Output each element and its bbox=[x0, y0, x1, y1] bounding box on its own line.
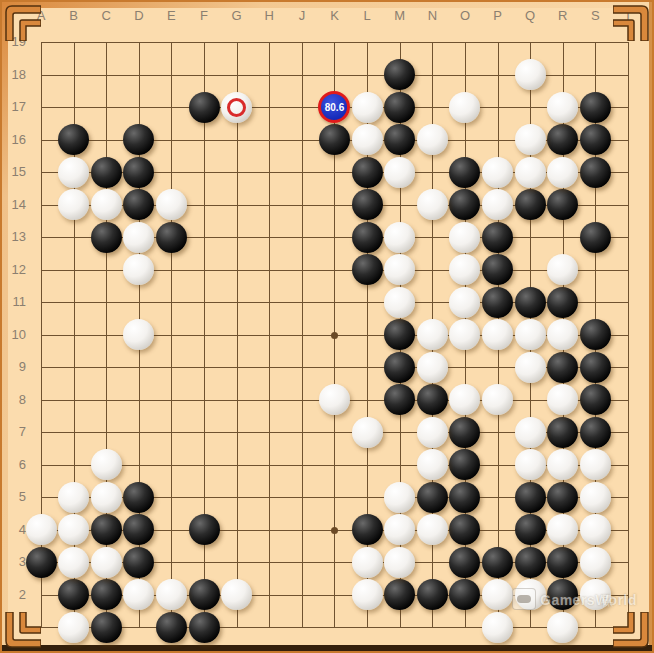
stone-black bbox=[417, 482, 448, 513]
last-move-marker bbox=[227, 98, 246, 117]
stone-white bbox=[58, 157, 89, 188]
stone-white bbox=[123, 319, 154, 350]
star-point bbox=[331, 332, 338, 339]
stone-black bbox=[91, 222, 122, 253]
column-label: M bbox=[390, 8, 410, 24]
stone-black bbox=[515, 547, 546, 578]
stone-black bbox=[352, 254, 383, 285]
stone-white bbox=[123, 579, 154, 610]
stone-black bbox=[482, 547, 513, 578]
stone-white bbox=[580, 482, 611, 513]
column-label: E bbox=[161, 8, 181, 24]
stone-black bbox=[547, 287, 578, 318]
row-label: 17 bbox=[2, 99, 26, 115]
stone-white bbox=[156, 189, 187, 220]
stone-white bbox=[580, 514, 611, 545]
stone-black bbox=[384, 384, 415, 415]
stone-white bbox=[580, 547, 611, 578]
stone-black bbox=[156, 612, 187, 643]
stone-white bbox=[384, 254, 415, 285]
stone-black bbox=[580, 384, 611, 415]
corner-ornament-top-left bbox=[1, 1, 41, 41]
stone-white bbox=[547, 92, 578, 123]
stone-black bbox=[123, 157, 154, 188]
column-label: O bbox=[455, 8, 475, 24]
stone-white bbox=[58, 189, 89, 220]
stone-white bbox=[547, 319, 578, 350]
stone-black bbox=[91, 579, 122, 610]
stone-white bbox=[417, 189, 448, 220]
column-label: L bbox=[357, 8, 377, 24]
stone-black bbox=[449, 547, 480, 578]
go-board[interactable]: ABCDEFGHJKLMNOPQRST191817161514131211109… bbox=[0, 0, 654, 653]
stone-black bbox=[482, 287, 513, 318]
corner-ornament-top-right bbox=[613, 1, 653, 41]
stone-black bbox=[449, 514, 480, 545]
corner-ornament-bottom-right bbox=[613, 612, 653, 652]
stone-black bbox=[123, 547, 154, 578]
stone-black bbox=[156, 222, 187, 253]
stone-white bbox=[352, 92, 383, 123]
column-label: R bbox=[553, 8, 573, 24]
row-label: 3 bbox=[2, 554, 26, 570]
stone-white bbox=[449, 254, 480, 285]
stone-black bbox=[123, 124, 154, 155]
watermark-cjk-text: 棋界 bbox=[598, 583, 616, 587]
column-label: B bbox=[64, 8, 84, 24]
stone-white bbox=[417, 124, 448, 155]
stone-white bbox=[91, 189, 122, 220]
stone-white bbox=[482, 157, 513, 188]
row-label: 8 bbox=[2, 392, 26, 408]
watermark-text: GamersWorld bbox=[540, 590, 637, 610]
stone-black bbox=[547, 417, 578, 448]
stone-white bbox=[580, 449, 611, 480]
stone-white bbox=[319, 384, 350, 415]
row-label: 14 bbox=[2, 197, 26, 213]
stone-black bbox=[547, 189, 578, 220]
stone-black bbox=[515, 514, 546, 545]
row-label: 18 bbox=[2, 67, 26, 83]
stone-white bbox=[449, 384, 480, 415]
stone-white bbox=[352, 124, 383, 155]
stone-white bbox=[58, 547, 89, 578]
stone-black bbox=[384, 319, 415, 350]
stone-white bbox=[91, 547, 122, 578]
grid-line bbox=[41, 627, 629, 628]
stone-black bbox=[580, 352, 611, 383]
stone-black bbox=[58, 124, 89, 155]
stone-white bbox=[91, 449, 122, 480]
stone-black bbox=[449, 157, 480, 188]
stone-black bbox=[449, 417, 480, 448]
row-label: 2 bbox=[2, 587, 26, 603]
stone-white bbox=[449, 319, 480, 350]
stone-black bbox=[123, 189, 154, 220]
column-label: P bbox=[488, 8, 508, 24]
stone-white bbox=[515, 59, 546, 90]
column-label: S bbox=[585, 8, 605, 24]
column-label: D bbox=[129, 8, 149, 24]
stone-black bbox=[547, 547, 578, 578]
stone-black bbox=[515, 189, 546, 220]
stone-white bbox=[26, 514, 57, 545]
stone-white bbox=[515, 449, 546, 480]
stone-white bbox=[384, 287, 415, 318]
stone-black bbox=[449, 482, 480, 513]
stone-black bbox=[352, 514, 383, 545]
stone-white bbox=[384, 482, 415, 513]
stone-white bbox=[123, 222, 154, 253]
stone-black bbox=[26, 547, 57, 578]
watermark: GamersWorld bbox=[512, 588, 637, 610]
stone-white bbox=[221, 579, 252, 610]
stone-white bbox=[58, 482, 89, 513]
stone-black bbox=[189, 92, 220, 123]
stone-black bbox=[319, 124, 350, 155]
stone-white bbox=[482, 384, 513, 415]
column-label: G bbox=[227, 8, 247, 24]
go-game-screenshot: { "game": "Go", "board": { "size": 19, "… bbox=[0, 0, 654, 653]
column-label: J bbox=[292, 8, 312, 24]
stone-white bbox=[482, 319, 513, 350]
stone-black bbox=[91, 514, 122, 545]
stone-white bbox=[515, 417, 546, 448]
stone-white bbox=[384, 157, 415, 188]
stone-black bbox=[91, 612, 122, 643]
stone-black bbox=[384, 579, 415, 610]
stone-white bbox=[384, 514, 415, 545]
stone-white bbox=[547, 514, 578, 545]
stone-white bbox=[417, 449, 448, 480]
stone-white bbox=[417, 319, 448, 350]
stone-black bbox=[384, 59, 415, 90]
stone-white bbox=[547, 612, 578, 643]
stone-black bbox=[547, 124, 578, 155]
stone-black bbox=[449, 579, 480, 610]
stone-black bbox=[547, 482, 578, 513]
stone-white bbox=[417, 352, 448, 383]
stone-white bbox=[482, 189, 513, 220]
row-label: 5 bbox=[2, 489, 26, 505]
grid-line bbox=[628, 42, 629, 628]
stone-white bbox=[156, 579, 187, 610]
stone-black bbox=[515, 482, 546, 513]
stone-black bbox=[580, 417, 611, 448]
corner-ornament-bottom-left bbox=[1, 612, 41, 652]
row-label: 16 bbox=[2, 132, 26, 148]
stone-black bbox=[515, 287, 546, 318]
stone-black bbox=[449, 189, 480, 220]
stone-white bbox=[384, 547, 415, 578]
stone-black bbox=[580, 124, 611, 155]
stone-white bbox=[352, 547, 383, 578]
stone-white bbox=[515, 124, 546, 155]
stone-white bbox=[515, 319, 546, 350]
stone-black bbox=[352, 222, 383, 253]
stone-black bbox=[417, 579, 448, 610]
row-label: 12 bbox=[2, 262, 26, 278]
stone-white bbox=[515, 352, 546, 383]
stone-white bbox=[449, 222, 480, 253]
stone-black bbox=[352, 157, 383, 188]
stone-black bbox=[189, 612, 220, 643]
stone-black bbox=[384, 92, 415, 123]
stone-black bbox=[384, 124, 415, 155]
row-label: 7 bbox=[2, 424, 26, 440]
stone-black bbox=[580, 222, 611, 253]
row-label: 13 bbox=[2, 229, 26, 245]
stone-black bbox=[580, 157, 611, 188]
column-label: K bbox=[324, 8, 344, 24]
row-label: 15 bbox=[2, 164, 26, 180]
stone-black bbox=[91, 157, 122, 188]
stone-black bbox=[580, 319, 611, 350]
stone-black bbox=[417, 384, 448, 415]
stone-white bbox=[449, 92, 480, 123]
stone-white bbox=[547, 384, 578, 415]
stone-white bbox=[449, 287, 480, 318]
stone-black bbox=[123, 482, 154, 513]
stone-white bbox=[482, 612, 513, 643]
stone-white bbox=[417, 514, 448, 545]
star-point bbox=[331, 527, 338, 534]
column-label: C bbox=[96, 8, 116, 24]
stone-black bbox=[449, 449, 480, 480]
stone-black bbox=[547, 352, 578, 383]
row-label: 10 bbox=[2, 327, 26, 343]
stone-white bbox=[58, 514, 89, 545]
row-label: 9 bbox=[2, 359, 26, 375]
stone-white bbox=[58, 612, 89, 643]
ai-move-badge[interactable]: 80.6 bbox=[318, 91, 350, 123]
stone-white bbox=[417, 417, 448, 448]
stone-black bbox=[123, 514, 154, 545]
column-label: Q bbox=[520, 8, 540, 24]
stone-white bbox=[91, 482, 122, 513]
stone-black bbox=[189, 579, 220, 610]
stone-black bbox=[580, 92, 611, 123]
stone-black bbox=[482, 222, 513, 253]
stone-white bbox=[352, 579, 383, 610]
column-label: F bbox=[194, 8, 214, 24]
stone-white bbox=[547, 449, 578, 480]
row-label: 6 bbox=[2, 457, 26, 473]
row-label: 4 bbox=[2, 522, 26, 538]
stone-white bbox=[352, 417, 383, 448]
stone-white bbox=[515, 157, 546, 188]
stone-black bbox=[352, 189, 383, 220]
stone-white bbox=[547, 157, 578, 188]
stone-black bbox=[189, 514, 220, 545]
stone-white bbox=[123, 254, 154, 285]
row-label: 11 bbox=[2, 294, 26, 310]
stone-white bbox=[547, 254, 578, 285]
column-label: N bbox=[422, 8, 442, 24]
column-label: H bbox=[259, 8, 279, 24]
stone-black bbox=[482, 254, 513, 285]
stone-white bbox=[482, 579, 513, 610]
stone-black bbox=[384, 352, 415, 383]
stone-white bbox=[384, 222, 415, 253]
stone-black bbox=[58, 579, 89, 610]
gamepad-icon bbox=[512, 588, 536, 610]
